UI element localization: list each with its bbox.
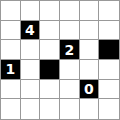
clue-cell-r1c1: 4 <box>21 21 41 41</box>
empty-cell-r2c0[interactable] <box>1 40 21 60</box>
black-cell-r3c2 <box>40 60 60 80</box>
empty-cell-r4c5[interactable] <box>99 80 119 100</box>
empty-cell-r1c2[interactable] <box>40 21 60 41</box>
empty-cell-r3c5[interactable] <box>99 60 119 80</box>
empty-cell-r5c1[interactable] <box>21 99 41 119</box>
empty-cell-r2c2[interactable] <box>40 40 60 60</box>
empty-cell-r0c0[interactable] <box>1 1 21 21</box>
empty-cell-r0c2[interactable] <box>40 1 60 21</box>
empty-cell-r4c3[interactable] <box>60 80 80 100</box>
clue-cell-r2c3: 2 <box>60 40 80 60</box>
empty-cell-r5c0[interactable] <box>1 99 21 119</box>
empty-cell-r1c4[interactable] <box>80 21 100 41</box>
empty-cell-r2c1[interactable] <box>21 40 41 60</box>
akari-board: 4210 <box>0 0 120 120</box>
empty-cell-r5c5[interactable] <box>99 99 119 119</box>
empty-cell-r5c3[interactable] <box>60 99 80 119</box>
empty-cell-r4c0[interactable] <box>1 80 21 100</box>
empty-cell-r3c1[interactable] <box>21 60 41 80</box>
empty-cell-r2c4[interactable] <box>80 40 100 60</box>
empty-cell-r3c3[interactable] <box>60 60 80 80</box>
clue-cell-r3c0: 1 <box>1 60 21 80</box>
empty-cell-r1c3[interactable] <box>60 21 80 41</box>
empty-cell-r0c3[interactable] <box>60 1 80 21</box>
clue-cell-r4c4: 0 <box>80 80 100 100</box>
empty-cell-r1c0[interactable] <box>1 21 21 41</box>
empty-cell-r3c4[interactable] <box>80 60 100 80</box>
empty-cell-r5c2[interactable] <box>40 99 60 119</box>
empty-cell-r5c4[interactable] <box>80 99 100 119</box>
empty-cell-r1c5[interactable] <box>99 21 119 41</box>
empty-cell-r4c1[interactable] <box>21 80 41 100</box>
empty-cell-r0c1[interactable] <box>21 1 41 21</box>
empty-cell-r0c5[interactable] <box>99 1 119 21</box>
empty-cell-r4c2[interactable] <box>40 80 60 100</box>
empty-cell-r0c4[interactable] <box>80 1 100 21</box>
black-cell-r2c5 <box>99 40 119 60</box>
